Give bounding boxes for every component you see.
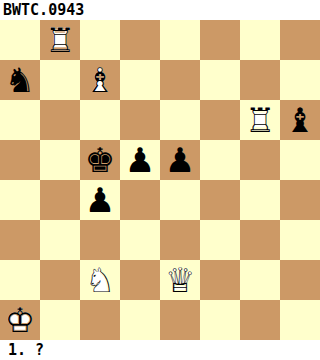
square-a6[interactable] — [0, 100, 40, 140]
square-g6[interactable]: ♜♖ — [240, 100, 280, 140]
square-c2[interactable]: ♞♘ — [80, 260, 120, 300]
square-a7[interactable]: ♞ — [0, 60, 40, 100]
square-g3[interactable] — [240, 220, 280, 260]
square-c1[interactable] — [80, 300, 120, 340]
square-e1[interactable] — [160, 300, 200, 340]
square-f2[interactable] — [200, 260, 240, 300]
square-e6[interactable] — [160, 100, 200, 140]
square-f1[interactable] — [200, 300, 240, 340]
square-a3[interactable] — [0, 220, 40, 260]
square-e3[interactable] — [160, 220, 200, 260]
puzzle-id: BWTC.0943 — [0, 0, 320, 20]
black-king-piece: ♚ — [80, 140, 120, 180]
square-f4[interactable] — [200, 180, 240, 220]
square-h5[interactable] — [280, 140, 320, 180]
move-prompt: 1. ? — [0, 340, 320, 360]
black-pawn-piece: ♟ — [80, 180, 120, 220]
white-knight-piece: ♞♘ — [80, 260, 120, 300]
square-b1[interactable] — [40, 300, 80, 340]
square-d6[interactable] — [120, 100, 160, 140]
square-d8[interactable] — [120, 20, 160, 60]
black-pawn-piece: ♟ — [160, 140, 200, 180]
square-a2[interactable] — [0, 260, 40, 300]
square-c7[interactable]: ♝♗ — [80, 60, 120, 100]
square-h7[interactable] — [280, 60, 320, 100]
square-f3[interactable] — [200, 220, 240, 260]
square-d5[interactable]: ♟ — [120, 140, 160, 180]
black-knight-piece: ♞ — [0, 60, 40, 100]
square-f7[interactable] — [200, 60, 240, 100]
square-e7[interactable] — [160, 60, 200, 100]
square-a4[interactable] — [0, 180, 40, 220]
white-king-piece: ♚♔ — [0, 300, 40, 340]
square-c8[interactable] — [80, 20, 120, 60]
square-c5[interactable]: ♚ — [80, 140, 120, 180]
square-f5[interactable] — [200, 140, 240, 180]
square-b3[interactable] — [40, 220, 80, 260]
chess-board: ♜♖♞♝♗♜♖♝♚♟♟♟♞♘♛♕♚♔ — [0, 20, 320, 340]
white-rook-piece: ♜♖ — [40, 20, 80, 60]
chess-puzzle-screen: BWTC.0943 ♜♖♞♝♗♜♖♝♚♟♟♟♞♘♛♕♚♔ 1. ? — [0, 0, 320, 360]
square-e2[interactable]: ♛♕ — [160, 260, 200, 300]
square-a8[interactable] — [0, 20, 40, 60]
white-bishop-piece: ♝♗ — [80, 60, 120, 100]
black-pawn-piece: ♟ — [120, 140, 160, 180]
square-c3[interactable] — [80, 220, 120, 260]
square-e4[interactable] — [160, 180, 200, 220]
square-e5[interactable]: ♟ — [160, 140, 200, 180]
square-b5[interactable] — [40, 140, 80, 180]
square-a5[interactable] — [0, 140, 40, 180]
white-rook-piece: ♜♖ — [240, 100, 280, 140]
black-bishop-piece: ♝ — [280, 100, 320, 140]
square-g1[interactable] — [240, 300, 280, 340]
square-h6[interactable]: ♝ — [280, 100, 320, 140]
square-b2[interactable] — [40, 260, 80, 300]
square-g5[interactable] — [240, 140, 280, 180]
square-g2[interactable] — [240, 260, 280, 300]
square-b6[interactable] — [40, 100, 80, 140]
square-h2[interactable] — [280, 260, 320, 300]
square-g7[interactable] — [240, 60, 280, 100]
square-d4[interactable] — [120, 180, 160, 220]
square-g4[interactable] — [240, 180, 280, 220]
square-c4[interactable]: ♟ — [80, 180, 120, 220]
square-h4[interactable] — [280, 180, 320, 220]
square-c6[interactable] — [80, 100, 120, 140]
square-g8[interactable] — [240, 20, 280, 60]
square-b4[interactable] — [40, 180, 80, 220]
square-b7[interactable] — [40, 60, 80, 100]
square-d7[interactable] — [120, 60, 160, 100]
square-f8[interactable] — [200, 20, 240, 60]
square-f6[interactable] — [200, 100, 240, 140]
square-d3[interactable] — [120, 220, 160, 260]
square-h8[interactable] — [280, 20, 320, 60]
square-e8[interactable] — [160, 20, 200, 60]
square-b8[interactable]: ♜♖ — [40, 20, 80, 60]
square-d1[interactable] — [120, 300, 160, 340]
square-d2[interactable] — [120, 260, 160, 300]
white-queen-piece: ♛♕ — [160, 260, 200, 300]
square-a1[interactable]: ♚♔ — [0, 300, 40, 340]
square-h3[interactable] — [280, 220, 320, 260]
square-h1[interactable] — [280, 300, 320, 340]
